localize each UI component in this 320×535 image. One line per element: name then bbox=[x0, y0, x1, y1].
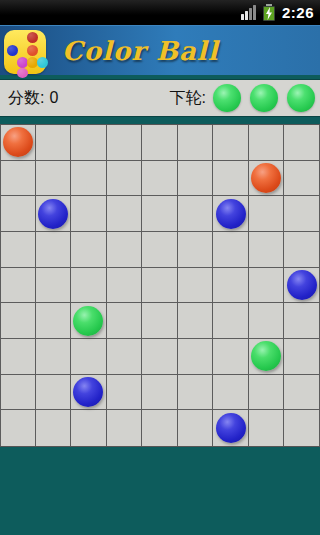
cell-r5c3[interactable] bbox=[107, 303, 143, 339]
score-value: 0 bbox=[49, 89, 58, 107]
blue-ball[interactable] bbox=[73, 377, 103, 407]
blue-ball[interactable] bbox=[38, 199, 68, 229]
logo-ball-icon bbox=[17, 68, 28, 78]
cell-r4c2[interactable] bbox=[71, 268, 107, 304]
cell-r8c6[interactable] bbox=[213, 410, 249, 446]
cell-r3c8[interactable] bbox=[284, 232, 320, 268]
cell-r1c3[interactable] bbox=[107, 161, 143, 197]
cell-r8c5[interactable] bbox=[178, 410, 214, 446]
logo-ball-icon bbox=[37, 57, 48, 68]
cell-r6c8[interactable] bbox=[284, 339, 320, 375]
cell-r5c6[interactable] bbox=[213, 303, 249, 339]
green-ball[interactable] bbox=[73, 306, 103, 336]
cell-r0c8[interactable] bbox=[284, 125, 320, 161]
cell-r4c0[interactable] bbox=[0, 268, 36, 304]
cell-r6c7[interactable] bbox=[249, 339, 285, 375]
cell-r0c4[interactable] bbox=[142, 125, 178, 161]
clock-text: 2:26 bbox=[282, 4, 314, 21]
cell-r1c4[interactable] bbox=[142, 161, 178, 197]
cell-r5c5[interactable] bbox=[178, 303, 214, 339]
next-ball-green bbox=[213, 84, 241, 112]
blue-ball[interactable] bbox=[287, 270, 317, 300]
cell-r3c1[interactable] bbox=[36, 232, 72, 268]
cell-r3c3[interactable] bbox=[107, 232, 143, 268]
cell-r4c8[interactable] bbox=[284, 268, 320, 304]
cell-r7c5[interactable] bbox=[178, 375, 214, 411]
cell-r6c5[interactable] bbox=[178, 339, 214, 375]
cell-r0c3[interactable] bbox=[107, 125, 143, 161]
cell-r4c6[interactable] bbox=[213, 268, 249, 304]
divider bbox=[0, 117, 320, 124]
cell-r1c0[interactable] bbox=[0, 161, 36, 197]
cell-r8c8[interactable] bbox=[284, 410, 320, 446]
cell-r3c0[interactable] bbox=[0, 232, 36, 268]
cell-r7c0[interactable] bbox=[0, 375, 36, 411]
signal-strength-icon bbox=[241, 5, 256, 20]
cell-r2c3[interactable] bbox=[107, 196, 143, 232]
cell-r5c7[interactable] bbox=[249, 303, 285, 339]
cell-r2c2[interactable] bbox=[71, 196, 107, 232]
cell-r4c4[interactable] bbox=[142, 268, 178, 304]
cell-r3c4[interactable] bbox=[142, 232, 178, 268]
cell-r2c0[interactable] bbox=[0, 196, 36, 232]
cell-r2c5[interactable] bbox=[178, 196, 214, 232]
cell-r1c8[interactable] bbox=[284, 161, 320, 197]
cell-r5c0[interactable] bbox=[0, 303, 36, 339]
cell-r2c6[interactable] bbox=[213, 196, 249, 232]
cell-r4c7[interactable] bbox=[249, 268, 285, 304]
cell-r6c3[interactable] bbox=[107, 339, 143, 375]
status-bar: 2:26 bbox=[0, 0, 320, 25]
cell-r1c5[interactable] bbox=[178, 161, 214, 197]
red-ball[interactable] bbox=[251, 163, 281, 193]
cell-r2c8[interactable] bbox=[284, 196, 320, 232]
blue-ball[interactable] bbox=[216, 413, 246, 443]
board bbox=[0, 124, 320, 447]
next-round-label: 下轮: bbox=[170, 88, 206, 109]
red-ball[interactable] bbox=[3, 127, 33, 157]
battery-charging-icon bbox=[263, 4, 275, 21]
cell-r4c1[interactable] bbox=[36, 268, 72, 304]
cell-r2c4[interactable] bbox=[142, 196, 178, 232]
title-bar: Color Ball bbox=[0, 25, 320, 75]
logo-ball-icon bbox=[27, 45, 38, 56]
cell-r7c1[interactable] bbox=[36, 375, 72, 411]
cell-r2c1[interactable] bbox=[36, 196, 72, 232]
score-label: 分数: bbox=[8, 88, 44, 109]
cell-r4c3[interactable] bbox=[107, 268, 143, 304]
cell-r0c1[interactable] bbox=[36, 125, 72, 161]
cell-r5c1[interactable] bbox=[36, 303, 72, 339]
blue-ball[interactable] bbox=[216, 199, 246, 229]
logo-ball-icon bbox=[27, 32, 38, 43]
cell-r3c6[interactable] bbox=[213, 232, 249, 268]
cell-r6c4[interactable] bbox=[142, 339, 178, 375]
cell-r7c7[interactable] bbox=[249, 375, 285, 411]
cell-r7c8[interactable] bbox=[284, 375, 320, 411]
cell-r5c8[interactable] bbox=[284, 303, 320, 339]
cell-r3c5[interactable] bbox=[178, 232, 214, 268]
cell-r0c7[interactable] bbox=[249, 125, 285, 161]
cell-r3c7[interactable] bbox=[249, 232, 285, 268]
cell-r6c1[interactable] bbox=[36, 339, 72, 375]
score-bar: 分数: 0 下轮: bbox=[0, 79, 320, 117]
cell-r8c2[interactable] bbox=[71, 410, 107, 446]
cell-r2c7[interactable] bbox=[249, 196, 285, 232]
cell-r0c0[interactable] bbox=[0, 125, 36, 161]
cell-r5c2[interactable] bbox=[71, 303, 107, 339]
cell-r7c6[interactable] bbox=[213, 375, 249, 411]
next-ball-green bbox=[287, 84, 315, 112]
cell-r1c7[interactable] bbox=[249, 161, 285, 197]
cell-r3c2[interactable] bbox=[71, 232, 107, 268]
cell-r1c2[interactable] bbox=[71, 161, 107, 197]
next-ball-green bbox=[250, 84, 278, 112]
green-ball[interactable] bbox=[251, 341, 281, 371]
cell-r8c4[interactable] bbox=[142, 410, 178, 446]
cell-r0c5[interactable] bbox=[178, 125, 214, 161]
cell-r7c3[interactable] bbox=[107, 375, 143, 411]
next-balls bbox=[213, 84, 315, 112]
cell-r7c2[interactable] bbox=[71, 375, 107, 411]
cell-r6c2[interactable] bbox=[71, 339, 107, 375]
cell-r7c4[interactable] bbox=[142, 375, 178, 411]
cell-r6c6[interactable] bbox=[213, 339, 249, 375]
logo-ball-icon bbox=[7, 45, 18, 56]
app-title: Color Ball bbox=[62, 36, 219, 66]
background-area bbox=[0, 447, 320, 535]
cell-r8c3[interactable] bbox=[107, 410, 143, 446]
cell-r1c1[interactable] bbox=[36, 161, 72, 197]
cell-r6c0[interactable] bbox=[0, 339, 36, 375]
cell-r8c7[interactable] bbox=[249, 410, 285, 446]
cell-r1c6[interactable] bbox=[213, 161, 249, 197]
cell-r8c1[interactable] bbox=[36, 410, 72, 446]
cell-r5c4[interactable] bbox=[142, 303, 178, 339]
app-logo-icon bbox=[4, 30, 46, 74]
app-screen: 2:26 Color Ball 分数: 0 下轮: bbox=[0, 0, 320, 535]
cell-r0c6[interactable] bbox=[213, 125, 249, 161]
cell-r4c5[interactable] bbox=[178, 268, 214, 304]
cell-r0c2[interactable] bbox=[71, 125, 107, 161]
cell-r8c0[interactable] bbox=[0, 410, 36, 446]
